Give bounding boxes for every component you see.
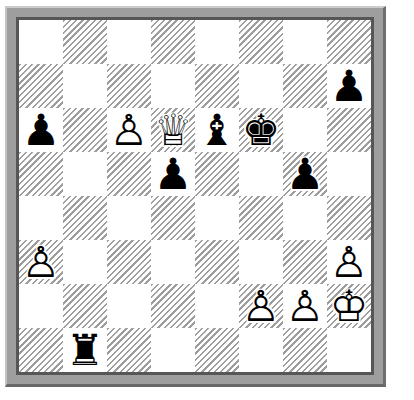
black-rook: ♜ [66,329,105,372]
square-d3[interactable] [151,240,195,284]
square-f5[interactable] [239,152,283,196]
square-h4[interactable] [327,196,371,240]
square-c7[interactable] [107,64,151,108]
square-h1[interactable] [327,328,371,372]
square-g3[interactable] [283,240,327,284]
square-a5[interactable] [19,152,63,196]
square-d8[interactable] [151,20,195,64]
square-a2[interactable] [19,284,63,328]
square-c4[interactable] [107,196,151,240]
square-c8[interactable] [107,20,151,64]
black-king: ♚ [242,109,281,152]
white-pawn: ♟♙ [330,241,369,284]
square-a6[interactable]: ♟ [19,108,63,152]
white-pawn: ♟♙ [286,285,325,328]
square-b3[interactable] [63,240,107,284]
white-king: ♚♔ [330,285,369,328]
square-f1[interactable] [239,328,283,372]
square-g1[interactable] [283,328,327,372]
square-b4[interactable] [63,196,107,240]
chess-board: ♟♟♟♙♛♕♝♚♟♟♟♙♟♙♟♙♟♙♚♔♜ [16,17,374,375]
square-g8[interactable] [283,20,327,64]
square-d5[interactable]: ♟ [151,152,195,196]
square-g2[interactable]: ♟♙ [283,284,327,328]
square-f8[interactable] [239,20,283,64]
square-d4[interactable] [151,196,195,240]
square-e7[interactable] [195,64,239,108]
black-pawn: ♟ [154,153,193,196]
square-h2[interactable]: ♚♔ [327,284,371,328]
square-e4[interactable] [195,196,239,240]
board-frame: ♟♟♟♙♛♕♝♚♟♟♟♙♟♙♟♙♟♙♚♔♜ [5,6,386,387]
square-e3[interactable] [195,240,239,284]
square-e1[interactable] [195,328,239,372]
black-pawn: ♟ [22,109,61,152]
white-king-outline: ♔ [330,285,369,328]
square-h8[interactable] [327,20,371,64]
square-c3[interactable] [107,240,151,284]
square-f6[interactable]: ♚ [239,108,283,152]
chess-diagram: ♟♟♟♙♛♕♝♚♟♟♟♙♟♙♟♙♟♙♚♔♜ [0,0,414,400]
square-e6[interactable]: ♝ [195,108,239,152]
square-f7[interactable] [239,64,283,108]
white-pawn-outline: ♙ [242,285,281,328]
square-a4[interactable] [19,196,63,240]
square-f2[interactable]: ♟♙ [239,284,283,328]
square-c2[interactable] [107,284,151,328]
square-b1[interactable]: ♜ [63,328,107,372]
white-pawn: ♟♙ [22,241,61,284]
white-queen: ♛♕ [154,109,193,152]
square-c5[interactable] [107,152,151,196]
square-a1[interactable] [19,328,63,372]
square-e8[interactable] [195,20,239,64]
black-bishop: ♝ [198,109,237,152]
square-g5[interactable]: ♟ [283,152,327,196]
square-a3[interactable]: ♟♙ [19,240,63,284]
square-h3[interactable]: ♟♙ [327,240,371,284]
white-pawn-outline: ♙ [330,241,369,284]
square-h6[interactable] [327,108,371,152]
black-pawn: ♟ [330,65,369,108]
square-g6[interactable] [283,108,327,152]
black-pawn: ♟ [286,153,325,196]
white-pawn-outline: ♙ [110,109,149,152]
white-pawn-outline: ♙ [22,241,61,284]
square-g7[interactable] [283,64,327,108]
square-h7[interactable]: ♟ [327,64,371,108]
square-c6[interactable]: ♟♙ [107,108,151,152]
square-e2[interactable] [195,284,239,328]
white-pawn-outline: ♙ [286,285,325,328]
square-g4[interactable] [283,196,327,240]
square-b7[interactable] [63,64,107,108]
square-d6[interactable]: ♛♕ [151,108,195,152]
square-b5[interactable] [63,152,107,196]
square-a8[interactable] [19,20,63,64]
square-b8[interactable] [63,20,107,64]
square-f4[interactable] [239,196,283,240]
square-f3[interactable] [239,240,283,284]
square-b2[interactable] [63,284,107,328]
square-d2[interactable] [151,284,195,328]
square-b6[interactable] [63,108,107,152]
square-a7[interactable] [19,64,63,108]
square-d1[interactable] [151,328,195,372]
square-e5[interactable] [195,152,239,196]
white-queen-outline: ♕ [154,109,193,152]
square-d7[interactable] [151,64,195,108]
white-pawn: ♟♙ [110,109,149,152]
square-h5[interactable] [327,152,371,196]
white-pawn: ♟♙ [242,285,281,328]
square-c1[interactable] [107,328,151,372]
